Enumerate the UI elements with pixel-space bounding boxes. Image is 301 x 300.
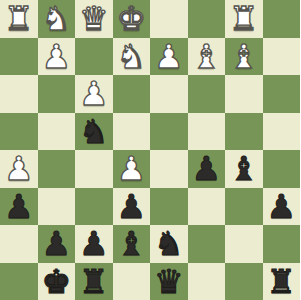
square-f5[interactable] — [75, 150, 113, 188]
black-pawn-piece[interactable]: ♟ — [188, 150, 226, 188]
square-b2[interactable]: ♝ — [225, 38, 263, 76]
square-b4[interactable] — [225, 113, 263, 151]
white-rook-piece[interactable]: ♜ — [0, 0, 38, 38]
square-b1[interactable]: ♜ — [225, 0, 263, 38]
square-g7[interactable]: ♟ — [38, 225, 76, 263]
square-c6[interactable] — [188, 188, 226, 226]
square-c7[interactable] — [188, 225, 226, 263]
square-e4[interactable] — [113, 113, 151, 151]
black-king-piece[interactable]: ♚ — [38, 263, 76, 300]
square-h4[interactable] — [0, 113, 38, 151]
black-bishop-piece[interactable]: ♝ — [113, 225, 151, 263]
black-pawn-piece[interactable]: ♟ — [113, 188, 151, 226]
square-d2[interactable]: ♟ — [150, 38, 188, 76]
square-g5[interactable] — [38, 150, 76, 188]
black-rook-piece[interactable]: ♜ — [75, 263, 113, 300]
square-b8[interactable] — [225, 263, 263, 300]
square-e1[interactable]: ♚ — [113, 0, 151, 38]
white-pawn-piece[interactable]: ♟ — [113, 150, 151, 188]
square-g8[interactable]: ♚ — [38, 263, 76, 300]
square-h5[interactable]: ♟ — [0, 150, 38, 188]
square-g3[interactable] — [38, 75, 76, 113]
square-g2[interactable]: ♟ — [38, 38, 76, 76]
square-e8[interactable] — [113, 263, 151, 300]
square-c5[interactable]: ♟ — [188, 150, 226, 188]
square-h1[interactable]: ♜ — [0, 0, 38, 38]
square-g6[interactable] — [38, 188, 76, 226]
white-pawn-piece[interactable]: ♟ — [38, 38, 76, 76]
square-d1[interactable] — [150, 0, 188, 38]
white-knight-piece[interactable]: ♞ — [38, 0, 76, 38]
black-pawn-piece[interactable]: ♟ — [38, 225, 76, 263]
square-c3[interactable] — [188, 75, 226, 113]
square-e7[interactable]: ♝ — [113, 225, 151, 263]
square-b3[interactable] — [225, 75, 263, 113]
square-a1[interactable] — [263, 0, 301, 38]
black-knight-piece[interactable]: ♞ — [150, 225, 188, 263]
white-pawn-piece[interactable]: ♟ — [75, 75, 113, 113]
square-b5[interactable]: ♝ — [225, 150, 263, 188]
square-f3[interactable]: ♟ — [75, 75, 113, 113]
square-d7[interactable]: ♞ — [150, 225, 188, 263]
square-d3[interactable] — [150, 75, 188, 113]
square-h2[interactable] — [0, 38, 38, 76]
square-d5[interactable] — [150, 150, 188, 188]
white-queen-piece[interactable]: ♛ — [75, 0, 113, 38]
square-f1[interactable]: ♛ — [75, 0, 113, 38]
black-pawn-piece[interactable]: ♟ — [75, 225, 113, 263]
square-c8[interactable] — [188, 263, 226, 300]
black-rook-piece[interactable]: ♜ — [263, 263, 301, 300]
square-a6[interactable]: ♟ — [263, 188, 301, 226]
black-pawn-piece[interactable]: ♟ — [0, 188, 38, 226]
square-b6[interactable] — [225, 188, 263, 226]
black-queen-piece[interactable]: ♛ — [150, 263, 188, 300]
square-h8[interactable] — [0, 263, 38, 300]
square-d4[interactable] — [150, 113, 188, 151]
square-b7[interactable] — [225, 225, 263, 263]
square-f7[interactable]: ♟ — [75, 225, 113, 263]
square-g4[interactable] — [38, 113, 76, 151]
white-pawn-piece[interactable]: ♟ — [150, 38, 188, 76]
square-h3[interactable] — [0, 75, 38, 113]
square-a5[interactable] — [263, 150, 301, 188]
white-rook-piece[interactable]: ♜ — [225, 0, 263, 38]
square-a7[interactable] — [263, 225, 301, 263]
chess-board: ♜♞♛♚♜♟♞♟♝♝♟♞♟♟♟♝♟♟♟♟♟♝♞♚♜♛♜ — [0, 0, 300, 300]
white-knight-piece[interactable]: ♞ — [113, 38, 151, 76]
square-d6[interactable] — [150, 188, 188, 226]
square-e3[interactable] — [113, 75, 151, 113]
square-h6[interactable]: ♟ — [0, 188, 38, 226]
square-a2[interactable] — [263, 38, 301, 76]
square-f8[interactable]: ♜ — [75, 263, 113, 300]
square-e6[interactable]: ♟ — [113, 188, 151, 226]
square-c2[interactable]: ♝ — [188, 38, 226, 76]
white-bishop-piece[interactable]: ♝ — [225, 38, 263, 76]
square-f2[interactable] — [75, 38, 113, 76]
white-pawn-piece[interactable]: ♟ — [0, 150, 38, 188]
square-c1[interactable] — [188, 0, 226, 38]
square-f4[interactable]: ♞ — [75, 113, 113, 151]
square-a4[interactable] — [263, 113, 301, 151]
black-knight-piece[interactable]: ♞ — [75, 113, 113, 151]
square-f6[interactable] — [75, 188, 113, 226]
white-king-piece[interactable]: ♚ — [113, 0, 151, 38]
square-c4[interactable] — [188, 113, 226, 151]
square-a3[interactable] — [263, 75, 301, 113]
black-pawn-piece[interactable]: ♟ — [263, 188, 301, 226]
square-g1[interactable]: ♞ — [38, 0, 76, 38]
white-bishop-piece[interactable]: ♝ — [188, 38, 226, 76]
square-h7[interactable] — [0, 225, 38, 263]
square-a8[interactable]: ♜ — [263, 263, 301, 300]
square-d8[interactable]: ♛ — [150, 263, 188, 300]
black-bishop-piece[interactable]: ♝ — [225, 150, 263, 188]
square-e2[interactable]: ♞ — [113, 38, 151, 76]
square-e5[interactable]: ♟ — [113, 150, 151, 188]
